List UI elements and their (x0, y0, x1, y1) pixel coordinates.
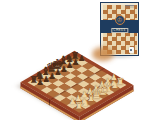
dark-pawn: ♟ (60, 66, 67, 74)
light-bishop: ♝ (103, 82, 113, 94)
dark-pawn: ♟ (43, 76, 50, 84)
light-bishop: ♝ (86, 92, 96, 104)
dark-bishop: ♝ (40, 66, 50, 78)
light-pawn: ♟ (87, 88, 94, 96)
dark-pawn: ♟ (37, 79, 44, 87)
dark-rook: ♜ (71, 50, 80, 60)
dark-rook: ♜ (30, 74, 39, 84)
light-king: ♚ (96, 83, 109, 97)
light-rook: ♜ (116, 77, 125, 87)
light-pawn: ♟ (110, 74, 117, 82)
dark-knight: ♞ (64, 53, 73, 64)
light-pawn: ♟ (93, 84, 100, 92)
light-pawn: ♟ (75, 95, 82, 103)
light-pawn: ♟ (104, 78, 111, 86)
light-knight: ♞ (80, 96, 89, 107)
dark-knight: ♞ (35, 70, 44, 81)
dark-bishop: ♝ (58, 55, 68, 67)
dark-pawn: ♟ (54, 69, 61, 77)
dark-pawn: ♟ (78, 55, 85, 63)
product-photo-scene: ♔ CHESS ♜♞♝♚♛♝♞♜♟♟♟♟♟♟♟♟♟♟♟♟♟♟♟♟♜♞♝♚♛♝♞♜ (0, 0, 150, 120)
light-pawn: ♟ (81, 91, 88, 99)
light-rook: ♜ (75, 101, 84, 111)
light-pawn: ♟ (69, 98, 76, 106)
light-pawn: ♟ (98, 81, 105, 89)
light-queen: ♛ (91, 87, 103, 100)
pieces-layer: ♜♞♝♚♛♝♞♜♟♟♟♟♟♟♟♟♟♟♟♟♟♟♟♟♜♞♝♚♛♝♞♜ (0, 0, 150, 120)
dark-pawn: ♟ (66, 62, 73, 70)
dark-queen: ♛ (46, 61, 58, 74)
dark-pawn: ♟ (72, 59, 79, 67)
dark-pawn: ♟ (48, 72, 55, 80)
dark-king: ♚ (51, 56, 64, 70)
light-knight: ♞ (110, 79, 119, 90)
